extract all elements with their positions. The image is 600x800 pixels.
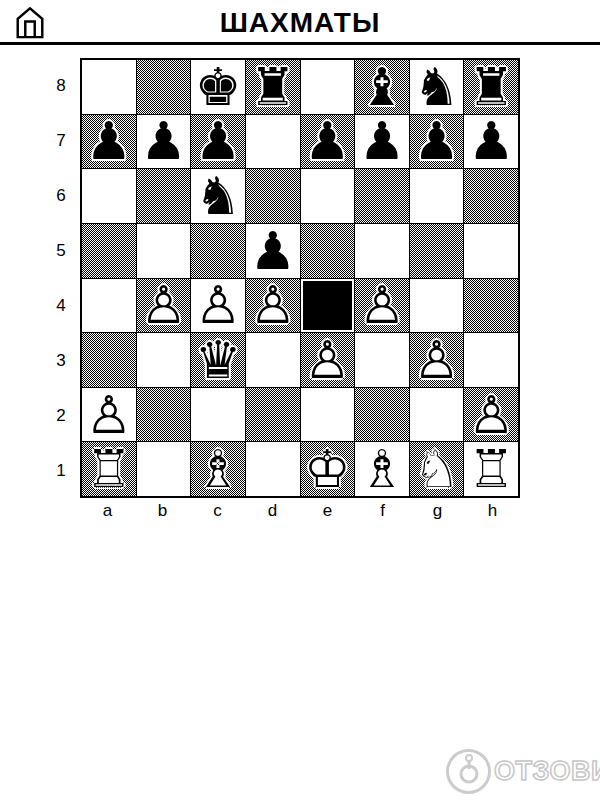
square-a6[interactable]: [82, 169, 136, 223]
square-f4[interactable]: ♟♙: [355, 279, 409, 333]
rank-label-7: 7: [48, 113, 74, 168]
square-c4[interactable]: ♟♙: [191, 279, 245, 333]
white-pawn: ♟♙: [413, 334, 460, 386]
square-b2[interactable]: [137, 388, 191, 442]
square-g2[interactable]: [410, 388, 464, 442]
white-pawn: ♟♙: [249, 279, 296, 331]
black-rook: ♜: [249, 61, 296, 113]
square-g7[interactable]: ♟: [410, 115, 464, 169]
square-d6[interactable]: [246, 169, 300, 223]
black-knight: ♞: [413, 61, 460, 113]
page-title: ШАХМАТЫ: [0, 0, 600, 45]
white-pawn: ♟♙: [86, 389, 133, 441]
file-label-a: a: [80, 499, 135, 523]
otzovik-logo-icon: [446, 749, 491, 794]
black-king: ♚: [195, 61, 242, 113]
square-e8[interactable]: [301, 60, 355, 114]
square-d7[interactable]: [246, 115, 300, 169]
square-a2[interactable]: ♟♙: [82, 388, 136, 442]
rank-label-8: 8: [48, 58, 74, 113]
square-f3[interactable]: [355, 333, 409, 387]
white-rook: ♜♖: [86, 443, 133, 495]
file-label-f: f: [355, 499, 410, 523]
square-b3[interactable]: [137, 333, 191, 387]
white-bishop: ♝♗: [359, 443, 406, 495]
rank-label-3: 3: [48, 333, 74, 388]
square-b1[interactable]: [137, 442, 191, 496]
square-g4[interactable]: [410, 279, 464, 333]
square-h4[interactable]: [464, 279, 518, 333]
rank-label-4: 4: [48, 278, 74, 333]
square-h3[interactable]: [464, 333, 518, 387]
square-e4[interactable]: [301, 279, 355, 333]
white-pawn: ♟♙: [140, 279, 187, 331]
header: ШАХМАТЫ: [0, 0, 600, 45]
watermark-text: ОТЗОВИК: [494, 756, 600, 787]
black-pawn: ♟: [86, 115, 133, 167]
white-rook: ♜♖: [468, 443, 515, 495]
square-f8[interactable]: ♝: [355, 60, 409, 114]
black-pawn: ♟: [413, 115, 460, 167]
white-pawn: ♟♙: [359, 279, 406, 331]
square-h8[interactable]: ♜: [464, 60, 518, 114]
square-h6[interactable]: [464, 169, 518, 223]
square-e7[interactable]: ♟: [301, 115, 355, 169]
square-f1[interactable]: ♝♗: [355, 442, 409, 496]
black-pawn: ♟: [359, 115, 406, 167]
white-pawn: ♟♙: [468, 389, 515, 441]
square-a5[interactable]: [82, 224, 136, 278]
rank-label-2: 2: [48, 388, 74, 443]
black-queen: ♛: [195, 334, 242, 386]
square-e3[interactable]: ♟♙: [301, 333, 355, 387]
rank-label-6: 6: [48, 168, 74, 223]
square-b6[interactable]: [137, 169, 191, 223]
white-bishop: ♝♗: [195, 443, 242, 495]
rank-labels: 87654321: [48, 58, 74, 498]
square-e2[interactable]: [301, 388, 355, 442]
file-label-g: g: [410, 499, 465, 523]
file-label-b: b: [135, 499, 190, 523]
white-pawn: ♟♙: [195, 279, 242, 331]
file-labels: abcdefgh: [80, 499, 520, 523]
file-label-c: c: [190, 499, 245, 523]
square-b4[interactable]: ♟♙: [137, 279, 191, 333]
square-g6[interactable]: [410, 169, 464, 223]
white-pawn: ♟♙: [304, 334, 351, 386]
square-c5[interactable]: [191, 224, 245, 278]
white-king: ♚♔: [304, 443, 351, 495]
square-a4[interactable]: [82, 279, 136, 333]
white-knight: ♞♘: [413, 443, 460, 495]
black-pawn: ♟: [195, 115, 242, 167]
square-h2[interactable]: ♟♙: [464, 388, 518, 442]
black-pawn: ♟: [140, 115, 187, 167]
square-a7[interactable]: ♟: [82, 115, 136, 169]
square-c8[interactable]: ♚: [191, 60, 245, 114]
square-g8[interactable]: ♞: [410, 60, 464, 114]
square-d1[interactable]: [246, 442, 300, 496]
square-g1[interactable]: ♞♘: [410, 442, 464, 496]
square-a3[interactable]: [82, 333, 136, 387]
square-e1[interactable]: ♚♔: [301, 442, 355, 496]
black-knight: ♞: [195, 170, 242, 222]
black-pawn: ♟: [249, 225, 296, 277]
watermark: ОТЗОВИК: [446, 749, 600, 794]
square-c6[interactable]: ♞: [191, 169, 245, 223]
square-c3[interactable]: ♛: [191, 333, 245, 387]
square-e6[interactable]: [301, 169, 355, 223]
square-d5[interactable]: ♟: [246, 224, 300, 278]
square-f7[interactable]: ♟: [355, 115, 409, 169]
black-rook: ♜: [468, 61, 515, 113]
rank-label-5: 5: [48, 223, 74, 278]
file-label-h: h: [465, 499, 520, 523]
square-h1[interactable]: ♜♖: [464, 442, 518, 496]
black-pawn: ♟: [468, 115, 515, 167]
square-d8[interactable]: ♜: [246, 60, 300, 114]
black-pawn: ♟: [304, 115, 351, 167]
square-b7[interactable]: ♟: [137, 115, 191, 169]
square-a1[interactable]: ♜♖: [82, 442, 136, 496]
rank-label-1: 1: [48, 443, 74, 498]
square-c2[interactable]: [191, 388, 245, 442]
square-f6[interactable]: [355, 169, 409, 223]
black-bishop: ♝: [359, 61, 406, 113]
square-g3[interactable]: ♟♙: [410, 333, 464, 387]
square-e5[interactable]: [301, 224, 355, 278]
square-b8[interactable]: [137, 60, 191, 114]
square-d2[interactable]: [246, 388, 300, 442]
square-f2[interactable]: [355, 388, 409, 442]
square-g5[interactable]: [410, 224, 464, 278]
square-c1[interactable]: ♝♗: [191, 442, 245, 496]
square-a8[interactable]: [82, 60, 136, 114]
square-h5[interactable]: [464, 224, 518, 278]
square-b5[interactable]: [137, 224, 191, 278]
square-c7[interactable]: ♟: [191, 115, 245, 169]
square-d4[interactable]: ♟♙: [246, 279, 300, 333]
file-label-e: e: [300, 499, 355, 523]
file-label-d: d: [245, 499, 300, 523]
chess-board: ♚♜♝♞♜♟♟♟♟♟♟♟♞♟♟♙♟♙♟♙♟♙♛♟♙♟♙♟♙♟♙♜♖♝♗♚♔♝♗♞…: [80, 58, 520, 498]
square-h7[interactable]: ♟: [464, 115, 518, 169]
square-d3[interactable]: [246, 333, 300, 387]
square-f5[interactable]: [355, 224, 409, 278]
